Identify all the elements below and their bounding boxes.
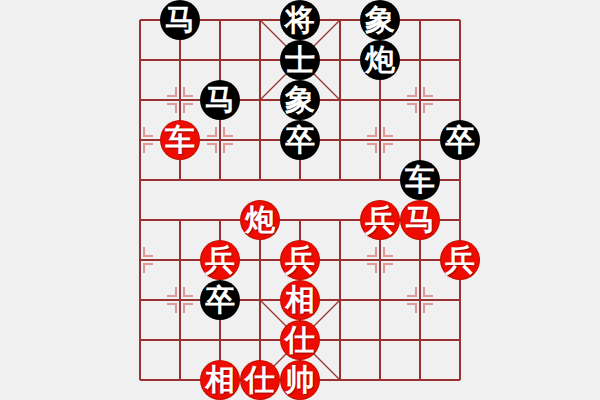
xiangqi-board: 马将象士炮马象车卒卒车炮兵马兵兵兵卒相仕相仕帅: [0, 0, 600, 400]
red-cannon[interactable]: 炮: [240, 200, 280, 240]
black-elephant[interactable]: 象: [280, 80, 320, 120]
black-cannon[interactable]: 炮: [360, 40, 400, 80]
black-advisor[interactable]: 士: [280, 40, 320, 80]
page-background: 马将象士炮马象车卒卒车炮兵马兵兵兵卒相仕相仕帅: [0, 0, 600, 400]
red-elephant[interactable]: 相: [200, 360, 240, 400]
red-pawn[interactable]: 兵: [280, 240, 320, 280]
black-chariot[interactable]: 车: [400, 160, 440, 200]
red-pawn[interactable]: 兵: [360, 200, 400, 240]
black-horse[interactable]: 马: [160, 0, 200, 40]
black-pawn[interactable]: 卒: [440, 120, 480, 160]
red-king[interactable]: 帅: [280, 360, 320, 400]
red-elephant[interactable]: 相: [280, 280, 320, 320]
red-pawn[interactable]: 兵: [200, 240, 240, 280]
black-pawn[interactable]: 卒: [200, 280, 240, 320]
red-advisor[interactable]: 仕: [240, 360, 280, 400]
red-horse[interactable]: 马: [400, 200, 440, 240]
black-elephant[interactable]: 象: [360, 0, 400, 40]
black-general[interactable]: 将: [280, 0, 320, 40]
pieces-layer: 马将象士炮马象车卒卒车炮兵马兵兵兵卒相仕相仕帅: [120, 0, 480, 400]
black-horse[interactable]: 马: [200, 80, 240, 120]
black-pawn[interactable]: 卒: [280, 120, 320, 160]
red-advisor[interactable]: 仕: [280, 320, 320, 360]
red-chariot[interactable]: 车: [160, 120, 200, 160]
red-pawn[interactable]: 兵: [440, 240, 480, 280]
